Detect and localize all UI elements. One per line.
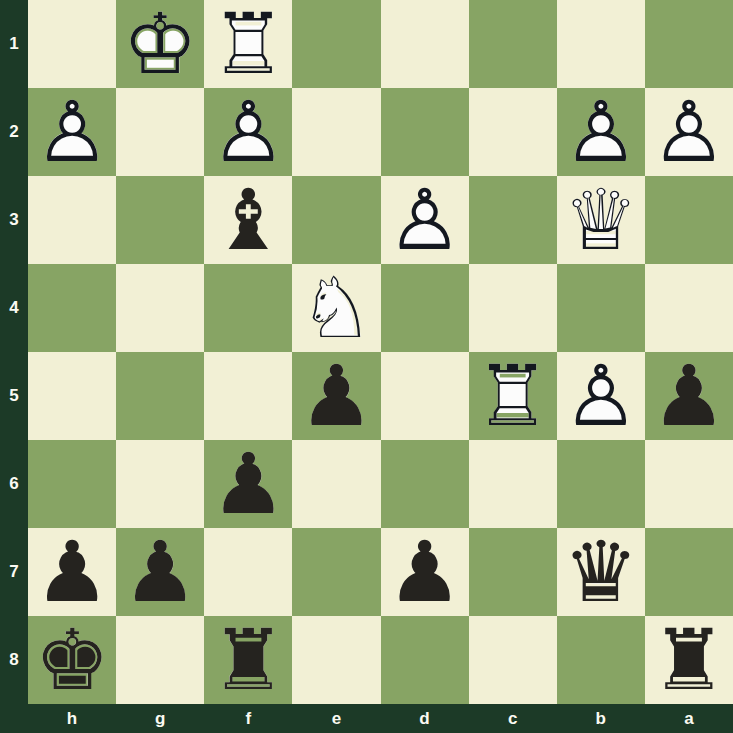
piece-glyph-underlay: ♚	[116, 0, 204, 88]
piece-glyph-overlay: ♜	[204, 616, 292, 704]
black-rook-a8[interactable]: ♖♜	[645, 616, 733, 704]
piece-glyph-underlay: ♟	[557, 352, 645, 440]
square-d7[interactable]: ♙♟	[381, 528, 469, 616]
piece-glyph-overlay: ♕	[557, 176, 645, 264]
rank-label-4: 4	[0, 264, 28, 352]
piece-glyph-underlay: ♔	[28, 616, 116, 704]
square-c2[interactable]	[469, 88, 557, 176]
piece-glyph-overlay: ♙	[204, 88, 292, 176]
rank-label-8: 8	[0, 616, 28, 704]
file-label-a: a	[645, 704, 733, 733]
square-c8[interactable]	[469, 616, 557, 704]
piece-glyph-underlay: ♖	[204, 616, 292, 704]
piece-glyph-overlay: ♖	[204, 0, 292, 88]
square-c4[interactable]	[469, 264, 557, 352]
piece-glyph-overlay: ♙	[381, 176, 469, 264]
square-d2[interactable]	[381, 88, 469, 176]
square-b5[interactable]: ♟♙	[557, 352, 645, 440]
piece-glyph-underlay: ♟	[645, 88, 733, 176]
piece-glyph-overlay: ♟	[204, 440, 292, 528]
file-labels: hgfedcba	[28, 704, 733, 733]
square-a5[interactable]: ♙♟	[645, 352, 733, 440]
square-e5[interactable]: ♙♟	[292, 352, 380, 440]
square-a6[interactable]	[645, 440, 733, 528]
square-f8[interactable]: ♖♜	[204, 616, 292, 704]
square-h5[interactable]	[28, 352, 116, 440]
piece-glyph-overlay: ♟	[116, 528, 204, 616]
square-c3[interactable]	[469, 176, 557, 264]
piece-glyph-underlay: ♛	[557, 176, 645, 264]
square-c5[interactable]: ♜♖	[469, 352, 557, 440]
square-d4[interactable]	[381, 264, 469, 352]
black-bishop-f3[interactable]: ♗♝	[204, 176, 292, 264]
rank-label-5: 5	[0, 352, 28, 440]
square-f1[interactable]: ♜♖	[204, 0, 292, 88]
black-pawn-d7[interactable]: ♙♟	[381, 528, 469, 616]
square-b2[interactable]: ♟♙	[557, 88, 645, 176]
piece-glyph-underlay: ♗	[204, 176, 292, 264]
square-b1[interactable]	[557, 0, 645, 88]
white-pawn-h2[interactable]: ♟♙	[28, 88, 116, 176]
square-c1[interactable]	[469, 0, 557, 88]
square-b4[interactable]	[557, 264, 645, 352]
square-b3[interactable]: ♛♕	[557, 176, 645, 264]
piece-glyph-overlay: ♟	[381, 528, 469, 616]
square-e8[interactable]	[292, 616, 380, 704]
square-g7[interactable]: ♙♟	[116, 528, 204, 616]
rank-label-1: 1	[0, 0, 28, 88]
piece-glyph-underlay: ♙	[28, 528, 116, 616]
square-d6[interactable]	[381, 440, 469, 528]
board-corner	[0, 704, 28, 733]
square-b7[interactable]: ♕♛	[557, 528, 645, 616]
square-e4[interactable]: ♞♘	[292, 264, 380, 352]
piece-glyph-underlay: ♙	[116, 528, 204, 616]
piece-glyph-underlay: ♟	[381, 176, 469, 264]
square-h3[interactable]	[28, 176, 116, 264]
square-a4[interactable]	[645, 264, 733, 352]
file-label-c: c	[469, 704, 557, 733]
file-label-h: h	[28, 704, 116, 733]
square-f5[interactable]	[204, 352, 292, 440]
white-king-g1[interactable]: ♚♔	[116, 0, 204, 88]
square-e7[interactable]	[292, 528, 380, 616]
white-rook-f1[interactable]: ♜♖	[204, 0, 292, 88]
square-c7[interactable]	[469, 528, 557, 616]
chessboard-frame: 12345678 ♚♔♜♖♟♙♟♙♟♙♟♙♗♝♟♙♛♕♞♘♙♟♜♖♟♙♙♟♙♟♙…	[0, 0, 733, 733]
square-f7[interactable]	[204, 528, 292, 616]
piece-glyph-underlay: ♖	[645, 616, 733, 704]
square-g1[interactable]: ♚♔	[116, 0, 204, 88]
square-b6[interactable]	[557, 440, 645, 528]
file-label-b: b	[557, 704, 645, 733]
square-h2[interactable]: ♟♙	[28, 88, 116, 176]
white-pawn-a2[interactable]: ♟♙	[645, 88, 733, 176]
rank-labels: 12345678	[0, 0, 28, 704]
black-queen-b7[interactable]: ♕♛	[557, 528, 645, 616]
black-pawn-f6[interactable]: ♙♟	[204, 440, 292, 528]
square-b8[interactable]	[557, 616, 645, 704]
piece-glyph-underlay: ♙	[292, 352, 380, 440]
piece-glyph-underlay: ♞	[292, 264, 380, 352]
black-pawn-e5[interactable]: ♙♟	[292, 352, 380, 440]
white-knight-e4[interactable]: ♞♘	[292, 264, 380, 352]
rank-label-6: 6	[0, 440, 28, 528]
square-d8[interactable]	[381, 616, 469, 704]
square-f6[interactable]: ♙♟	[204, 440, 292, 528]
square-e2[interactable]	[292, 88, 380, 176]
piece-glyph-underlay: ♟	[28, 88, 116, 176]
piece-glyph-underlay: ♟	[204, 88, 292, 176]
square-g8[interactable]	[116, 616, 204, 704]
piece-glyph-underlay: ♙	[204, 440, 292, 528]
black-king-h8[interactable]: ♔♚	[28, 616, 116, 704]
file-label-e: e	[292, 704, 380, 733]
board: ♚♔♜♖♟♙♟♙♟♙♟♙♗♝♟♙♛♕♞♘♙♟♜♖♟♙♙♟♙♟♙♟♙♟♙♟♕♛♔♚…	[28, 0, 733, 704]
piece-glyph-overlay: ♛	[557, 528, 645, 616]
square-f3[interactable]: ♗♝	[204, 176, 292, 264]
square-g3[interactable]	[116, 176, 204, 264]
square-f2[interactable]: ♟♙	[204, 88, 292, 176]
square-e3[interactable]	[292, 176, 380, 264]
piece-glyph-overlay: ♙	[557, 352, 645, 440]
piece-glyph-overlay: ♟	[645, 352, 733, 440]
piece-glyph-overlay: ♙	[557, 88, 645, 176]
file-label-f: f	[204, 704, 292, 733]
piece-glyph-overlay: ♝	[204, 176, 292, 264]
piece-glyph-underlay: ♟	[557, 88, 645, 176]
square-h4[interactable]	[28, 264, 116, 352]
square-h1[interactable]	[28, 0, 116, 88]
square-a3[interactable]	[645, 176, 733, 264]
rank-label-7: 7	[0, 528, 28, 616]
piece-glyph-underlay: ♜	[469, 352, 557, 440]
rank-label-3: 3	[0, 176, 28, 264]
square-f4[interactable]	[204, 264, 292, 352]
square-a8[interactable]: ♖♜	[645, 616, 733, 704]
square-a7[interactable]	[645, 528, 733, 616]
square-e1[interactable]	[292, 0, 380, 88]
black-rook-f8[interactable]: ♖♜	[204, 616, 292, 704]
white-pawn-b2[interactable]: ♟♙	[557, 88, 645, 176]
piece-glyph-underlay: ♙	[645, 352, 733, 440]
piece-glyph-underlay: ♙	[381, 528, 469, 616]
square-e6[interactable]	[292, 440, 380, 528]
piece-glyph-underlay: ♕	[557, 528, 645, 616]
white-queen-b3[interactable]: ♛♕	[557, 176, 645, 264]
square-h7[interactable]: ♙♟	[28, 528, 116, 616]
piece-glyph-overlay: ♖	[469, 352, 557, 440]
black-pawn-a5[interactable]: ♙♟	[645, 352, 733, 440]
square-g4[interactable]	[116, 264, 204, 352]
piece-glyph-overlay: ♟	[28, 528, 116, 616]
rank-label-2: 2	[0, 88, 28, 176]
square-g6[interactable]	[116, 440, 204, 528]
square-d3[interactable]: ♟♙	[381, 176, 469, 264]
white-pawn-d3[interactable]: ♟♙	[381, 176, 469, 264]
white-pawn-b5[interactable]: ♟♙	[557, 352, 645, 440]
square-a1[interactable]	[645, 0, 733, 88]
white-rook-c5[interactable]: ♜♖	[469, 352, 557, 440]
file-label-d: d	[381, 704, 469, 733]
square-c6[interactable]	[469, 440, 557, 528]
piece-glyph-overlay: ♟	[292, 352, 380, 440]
white-pawn-f2[interactable]: ♟♙	[204, 88, 292, 176]
piece-glyph-overlay: ♔	[116, 0, 204, 88]
square-h6[interactable]	[28, 440, 116, 528]
square-d1[interactable]	[381, 0, 469, 88]
black-pawn-g7[interactable]: ♙♟	[116, 528, 204, 616]
file-label-g: g	[116, 704, 204, 733]
piece-glyph-overlay: ♙	[645, 88, 733, 176]
piece-glyph-overlay: ♘	[292, 264, 380, 352]
square-h8[interactable]: ♔♚	[28, 616, 116, 704]
black-pawn-h7[interactable]: ♙♟	[28, 528, 116, 616]
square-d5[interactable]	[381, 352, 469, 440]
square-g2[interactable]	[116, 88, 204, 176]
square-g5[interactable]	[116, 352, 204, 440]
piece-glyph-overlay: ♜	[645, 616, 733, 704]
piece-glyph-overlay: ♙	[28, 88, 116, 176]
piece-glyph-underlay: ♜	[204, 0, 292, 88]
square-a2[interactable]: ♟♙	[645, 88, 733, 176]
piece-glyph-overlay: ♚	[28, 616, 116, 704]
